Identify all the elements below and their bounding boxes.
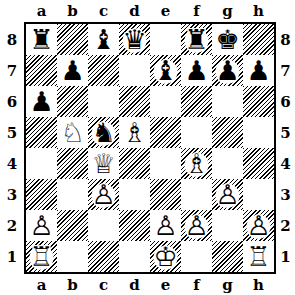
square-c1[interactable]: [88, 241, 119, 272]
white-bishop[interactable]: ♗: [181, 148, 212, 179]
rank-label-4: 4: [280, 148, 290, 179]
file-labels-top: abcdefgh: [24, 0, 276, 22]
square-e8[interactable]: [150, 24, 181, 55]
square-c7[interactable]: [88, 55, 119, 86]
square-f2[interactable]: ♙: [181, 210, 212, 241]
square-b5[interactable]: ♘: [57, 117, 88, 148]
square-e5[interactable]: [150, 117, 181, 148]
chess-diagram: abcdefgh 87654321 ♜♝♛♜♚♟♝♟♟♟♟♘♞♗♕♗♙♙♙♙♙♙…: [0, 0, 295, 295]
black-rook[interactable]: ♜: [181, 24, 212, 55]
square-c8[interactable]: ♝: [88, 24, 119, 55]
square-a1[interactable]: ♖: [26, 241, 57, 272]
square-d6[interactable]: [119, 86, 150, 117]
rank-label-8: 8: [7, 24, 17, 55]
black-queen[interactable]: ♛: [119, 24, 150, 55]
square-g7[interactable]: ♟: [212, 55, 243, 86]
square-g5[interactable]: [212, 117, 243, 148]
file-label-c: c: [88, 2, 119, 20]
square-b2[interactable]: [57, 210, 88, 241]
square-a5[interactable]: [26, 117, 57, 148]
file-label-a: a: [26, 276, 57, 294]
rank-labels-left: 87654321: [0, 22, 24, 274]
square-h7[interactable]: ♟: [243, 55, 274, 86]
square-d1[interactable]: [119, 241, 150, 272]
square-e3[interactable]: [150, 179, 181, 210]
file-label-b: b: [57, 276, 88, 294]
file-label-a: a: [26, 2, 57, 20]
square-c6[interactable]: [88, 86, 119, 117]
rank-labels-right: 87654321: [276, 22, 295, 274]
file-label-g: g: [212, 2, 243, 20]
rank-label-3: 3: [7, 179, 17, 210]
file-label-g: g: [212, 276, 243, 294]
square-g2[interactable]: [212, 210, 243, 241]
rank-label-1: 1: [280, 241, 290, 272]
white-king[interactable]: ♔: [150, 241, 181, 272]
corner-bottom-right: [276, 274, 295, 295]
square-a4[interactable]: [26, 148, 57, 179]
white-pawn[interactable]: ♙: [150, 210, 181, 241]
square-f3[interactable]: [181, 179, 212, 210]
file-label-d: d: [119, 276, 150, 294]
square-f8[interactable]: ♜: [181, 24, 212, 55]
black-pawn[interactable]: ♟: [181, 55, 212, 86]
square-f7[interactable]: ♟: [181, 55, 212, 86]
square-b6[interactable]: [57, 86, 88, 117]
corner-bottom-left: [0, 274, 24, 295]
square-e6[interactable]: [150, 86, 181, 117]
file-label-f: f: [181, 276, 212, 294]
corner-top-left: [0, 0, 24, 22]
square-g4[interactable]: [212, 148, 243, 179]
rank-label-6: 6: [280, 86, 290, 117]
square-h1[interactable]: ♖: [243, 241, 274, 272]
square-h6[interactable]: [243, 86, 274, 117]
square-a8[interactable]: ♜: [26, 24, 57, 55]
square-f6[interactable]: [181, 86, 212, 117]
square-c3[interactable]: ♙: [88, 179, 119, 210]
square-f5[interactable]: [181, 117, 212, 148]
square-g8[interactable]: ♚: [212, 24, 243, 55]
rank-label-5: 5: [280, 117, 290, 148]
square-b7[interactable]: ♟: [57, 55, 88, 86]
square-f1[interactable]: [181, 241, 212, 272]
file-label-h: h: [243, 2, 274, 20]
black-rook[interactable]: ♜: [26, 24, 57, 55]
file-label-d: d: [119, 2, 150, 20]
white-pawn[interactable]: ♙: [181, 210, 212, 241]
rank-label-3: 3: [280, 179, 290, 210]
square-b4[interactable]: [57, 148, 88, 179]
file-label-h: h: [243, 276, 274, 294]
square-a6[interactable]: ♟: [26, 86, 57, 117]
rank-label-2: 2: [7, 210, 17, 241]
square-b8[interactable]: [57, 24, 88, 55]
square-d4[interactable]: [119, 148, 150, 179]
black-knight[interactable]: ♞: [88, 117, 119, 148]
file-label-f: f: [181, 2, 212, 20]
square-h4[interactable]: [243, 148, 274, 179]
file-labels-bottom: abcdefgh: [24, 274, 276, 295]
black-pawn[interactable]: ♟: [26, 86, 57, 117]
file-label-c: c: [88, 276, 119, 294]
square-e2[interactable]: ♙: [150, 210, 181, 241]
chess-board: ♜♝♛♜♚♟♝♟♟♟♟♘♞♗♕♗♙♙♙♙♙♙♖♔♖: [24, 22, 276, 274]
white-bishop[interactable]: ♗: [119, 117, 150, 148]
square-c2[interactable]: [88, 210, 119, 241]
square-d2[interactable]: [119, 210, 150, 241]
corner-top-right: [276, 0, 295, 22]
square-d8[interactable]: ♛: [119, 24, 150, 55]
white-knight[interactable]: ♘: [57, 117, 88, 148]
black-bishop[interactable]: ♝: [150, 55, 181, 86]
rank-label-5: 5: [7, 117, 17, 148]
square-d5[interactable]: ♗: [119, 117, 150, 148]
square-a2[interactable]: ♙: [26, 210, 57, 241]
file-label-e: e: [150, 276, 181, 294]
rank-label-7: 7: [7, 55, 17, 86]
square-g6[interactable]: [212, 86, 243, 117]
rank-label-6: 6: [7, 86, 17, 117]
square-h2[interactable]: ♙: [243, 210, 274, 241]
square-f4[interactable]: ♗: [181, 148, 212, 179]
rank-label-7: 7: [280, 55, 290, 86]
square-e1[interactable]: ♔: [150, 241, 181, 272]
black-bishop[interactable]: ♝: [88, 24, 119, 55]
square-g3[interactable]: ♙: [212, 179, 243, 210]
square-h3[interactable]: [243, 179, 274, 210]
white-pawn[interactable]: ♙: [212, 179, 243, 210]
file-label-e: e: [150, 2, 181, 20]
square-e7[interactable]: ♝: [150, 55, 181, 86]
square-h8[interactable]: [243, 24, 274, 55]
white-queen[interactable]: ♕: [88, 148, 119, 179]
square-h5[interactable]: [243, 117, 274, 148]
black-king[interactable]: ♚: [212, 24, 243, 55]
square-b3[interactable]: [57, 179, 88, 210]
white-rook[interactable]: ♖: [243, 241, 274, 272]
square-c4[interactable]: ♕: [88, 148, 119, 179]
square-c5[interactable]: ♞: [88, 117, 119, 148]
white-rook[interactable]: ♖: [26, 241, 57, 272]
rank-label-4: 4: [7, 148, 17, 179]
white-pawn[interactable]: ♙: [243, 210, 274, 241]
square-d3[interactable]: [119, 179, 150, 210]
square-a3[interactable]: [26, 179, 57, 210]
rank-label-2: 2: [280, 210, 290, 241]
file-label-b: b: [57, 2, 88, 20]
square-b1[interactable]: [57, 241, 88, 272]
square-d7[interactable]: [119, 55, 150, 86]
white-pawn[interactable]: ♙: [88, 179, 119, 210]
rank-label-1: 1: [7, 241, 17, 272]
square-a7[interactable]: [26, 55, 57, 86]
rank-label-8: 8: [280, 24, 290, 55]
square-g1[interactable]: [212, 241, 243, 272]
black-pawn[interactable]: ♟: [243, 55, 274, 86]
black-pawn[interactable]: ♟: [212, 55, 243, 86]
square-e4[interactable]: [150, 148, 181, 179]
white-pawn[interactable]: ♙: [26, 210, 57, 241]
black-pawn[interactable]: ♟: [57, 55, 88, 86]
